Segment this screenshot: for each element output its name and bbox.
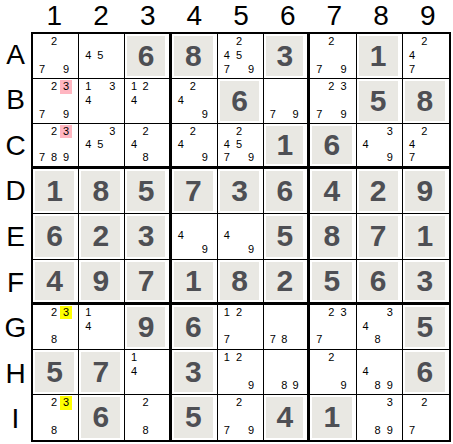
cell-value: 8 [220, 262, 259, 300]
pencil-marks: 29 [313, 351, 349, 392]
pencil-mark: 8 [279, 333, 290, 347]
cell-E6[interactable]: 5 [264, 214, 310, 259]
cell-H2[interactable]: 7 [79, 350, 125, 395]
cell-C7[interactable]: 6 [310, 124, 356, 169]
cell-B5[interactable]: 6 [218, 79, 264, 124]
cell-value: 5 [266, 216, 303, 256]
cell-value: 5 [312, 262, 351, 300]
pencil-marks: 279 [221, 396, 257, 438]
cell-F7[interactable]: 5 [310, 260, 356, 305]
cell-B3[interactable]: 124 [125, 79, 171, 124]
cell-I2[interactable]: 6 [79, 395, 125, 440]
cell-I9[interactable]: 27 [403, 395, 449, 440]
cell-value: 3 [405, 262, 445, 300]
pencil-mark: 7 [36, 108, 48, 122]
pencil-mark: 9 [245, 151, 257, 164]
pencil-mark: 8 [279, 378, 290, 392]
pencil-marks: 134 [82, 80, 118, 121]
cell-C9[interactable]: 247 [403, 124, 449, 169]
pencil-mark: 7 [36, 62, 48, 76]
cell-G5[interactable]: 127 [218, 305, 264, 350]
col-label-8: 8 [358, 0, 405, 32]
cell-C6[interactable]: 1 [264, 124, 310, 169]
pencil-mark: 9 [290, 108, 301, 122]
pencil-marks: 349 [360, 125, 396, 164]
pencil-marks: 45 [82, 35, 118, 76]
pencil-mark: 3 [384, 396, 396, 410]
cell-E2[interactable]: 2 [79, 214, 125, 259]
row-label-I: I [0, 396, 31, 442]
cell-H3[interactable]: 14 [125, 350, 171, 395]
pencil-mark: 8 [372, 333, 384, 347]
pencil-mark: 4 [221, 138, 233, 151]
cell-F3[interactable]: 7 [125, 260, 171, 305]
pencil-mark: 2 [325, 306, 337, 320]
cell-value: 7 [359, 216, 398, 256]
cell-value: 4 [35, 262, 74, 300]
cell-value: 6 [405, 352, 445, 392]
cell-E3[interactable]: 3 [125, 214, 171, 259]
pencil-mark: 4 [406, 49, 418, 63]
cell-value: 1 [174, 262, 213, 300]
pencil-marks: 247 [406, 35, 443, 76]
cell-A6[interactable]: 3 [264, 34, 310, 79]
pencil-marks: 389 [360, 396, 396, 438]
pencil-mark: 1 [82, 306, 94, 320]
pencil-mark: 9 [245, 378, 257, 392]
pencil-mark: 9 [60, 151, 72, 164]
pencil-mark: 8 [48, 424, 60, 438]
cell-value: 6 [35, 216, 74, 256]
pencil-mark: 1 [221, 306, 233, 320]
pencil-mark: 4 [175, 94, 187, 108]
cell-value: 4 [312, 171, 351, 211]
pencil-mark: 4 [360, 138, 372, 151]
cell-value: 5 [405, 307, 445, 347]
cell-H8[interactable]: 489 [357, 350, 403, 395]
pencil-mark: 4 [128, 364, 139, 378]
pencil-marks: 124 [128, 80, 162, 121]
cell-H5[interactable]: 129 [218, 350, 264, 395]
cell-F5[interactable]: 8 [218, 260, 264, 305]
pencil-mark: 2 [233, 35, 245, 49]
cell-value: 6 [174, 307, 213, 347]
cell-D6[interactable]: 6 [264, 169, 310, 214]
cell-G2[interactable]: 14 [79, 305, 125, 350]
cell-value: 3 [220, 171, 259, 211]
pencil-mark: 2 [140, 80, 151, 94]
cell-I5[interactable]: 279 [218, 395, 264, 440]
pencil-mark: 7 [313, 62, 325, 76]
pencil-mark: 9 [384, 424, 396, 438]
cell-value: 2 [81, 216, 120, 256]
cell-value: 6 [220, 81, 259, 121]
cell-I4[interactable]: 5 [172, 395, 218, 440]
cell-D5[interactable]: 3 [218, 169, 264, 214]
pencil-marks: 489 [360, 351, 396, 392]
col-label-5: 5 [218, 0, 265, 32]
cell-value: 3 [266, 36, 303, 76]
pencil-mark: 8 [372, 424, 384, 438]
cell-A4[interactable]: 8 [172, 34, 218, 79]
pencil-mark: 8 [48, 151, 60, 164]
pencil-mark: 8 [372, 378, 384, 392]
pencil-mark: 2 [418, 125, 430, 138]
pencil-marks: 14 [128, 351, 162, 392]
cell-E5[interactable]: 49 [218, 214, 264, 259]
pencil-mark: 7 [221, 62, 233, 76]
pencil-mark: 3 [60, 80, 72, 94]
pencil-mark: 8 [140, 424, 151, 438]
pencil-mark: 3 [384, 125, 396, 138]
pencil-marks: 247 [406, 125, 443, 164]
pencil-mark: 2 [233, 125, 245, 138]
cell-value: 8 [312, 216, 351, 256]
pencil-mark: 4 [82, 94, 94, 108]
pencil-marks: 249 [175, 80, 211, 121]
pencil-mark: 9 [290, 378, 301, 392]
cell-G9[interactable]: 5 [403, 305, 449, 350]
pencil-marks: 23789 [36, 125, 72, 164]
pencil-mark: 2 [233, 351, 245, 365]
cell-I3[interactable]: 28 [125, 395, 171, 440]
pencil-marks: 49 [175, 215, 211, 256]
pencil-marks: 14 [82, 306, 118, 347]
pencil-marks: 279 [36, 35, 72, 76]
pencil-mark: 4 [406, 138, 418, 151]
pencil-mark: 4 [175, 229, 187, 243]
pencil-marks: 248 [128, 125, 162, 164]
pencil-marks: 238 [36, 396, 72, 438]
pencil-mark: 7 [221, 333, 233, 347]
pencil-mark: 2 [48, 35, 60, 49]
pencil-mark: 3 [106, 125, 118, 138]
pencil-mark: 9 [245, 62, 257, 76]
pencil-mark: 9 [199, 108, 211, 122]
pencil-mark: 2 [233, 306, 245, 320]
pencil-marks: 345 [82, 125, 118, 164]
pencil-mark: 4 [82, 138, 94, 151]
cell-A5[interactable]: 24579 [218, 34, 264, 79]
cell-I7[interactable]: 1 [310, 395, 356, 440]
cell-value: 2 [359, 171, 398, 211]
pencil-mark: 7 [406, 62, 418, 76]
cell-value: 6 [81, 397, 120, 438]
pencil-marks: 129 [221, 351, 257, 392]
pencil-marks: 249 [175, 125, 211, 164]
pencil-mark: 2 [418, 396, 430, 410]
cell-A3[interactable]: 6 [125, 34, 171, 79]
cell-C4[interactable]: 249 [172, 124, 218, 169]
pencil-mark: 2 [187, 125, 199, 138]
pencil-mark: 4 [221, 49, 233, 63]
cell-B9[interactable]: 8 [403, 79, 449, 124]
pencil-mark: 1 [128, 351, 139, 365]
pencil-mark: 7 [36, 151, 48, 164]
cell-value: 8 [174, 36, 213, 76]
cell-value: 1 [266, 126, 303, 164]
pencil-mark: 7 [221, 151, 233, 164]
row-label-G: G [0, 305, 31, 351]
pencil-marks: 24579 [221, 35, 257, 76]
pencil-mark: 4 [175, 138, 187, 151]
pencil-mark: 5 [94, 138, 106, 151]
pencil-marks: 279 [313, 35, 349, 76]
cell-F4[interactable]: 1 [172, 260, 218, 305]
pencil-mark: 1 [82, 80, 94, 94]
cell-value: 7 [127, 262, 164, 300]
pencil-marks: 79 [267, 80, 301, 121]
pencil-mark: 2 [48, 80, 60, 94]
cell-A8[interactable]: 1 [357, 34, 403, 79]
pencil-marks: 2379 [313, 80, 349, 121]
pencil-mark: 3 [106, 80, 118, 94]
pencil-mark: 9 [245, 243, 257, 257]
pencil-mark: 2 [233, 396, 245, 410]
col-label-2: 2 [78, 0, 125, 32]
pencil-marks: 237 [313, 306, 349, 347]
pencil-mark: 4 [82, 319, 94, 333]
sudoku-app: 123456789 ABCDEFGHI 27945682457932791247… [0, 0, 453, 444]
cell-D1[interactable]: 1 [33, 169, 79, 214]
sudoku-board: 2794568245793279124723791341242496792379… [31, 32, 451, 442]
cell-H7[interactable]: 29 [310, 350, 356, 395]
cell-E1[interactable]: 6 [33, 214, 79, 259]
pencil-mark: 2 [48, 125, 60, 138]
cell-value: 5 [359, 81, 398, 121]
cell-value: 4 [266, 397, 303, 438]
cell-F1[interactable]: 4 [33, 260, 79, 305]
cell-E7[interactable]: 8 [310, 214, 356, 259]
cell-value: 1 [359, 36, 398, 76]
pencil-mark: 2 [48, 396, 60, 410]
cell-H1[interactable]: 5 [33, 350, 79, 395]
cell-B7[interactable]: 2379 [310, 79, 356, 124]
cell-E4[interactable]: 49 [172, 214, 218, 259]
pencil-mark: 4 [82, 49, 94, 63]
pencil-marks: 127 [221, 306, 257, 347]
cell-value: 9 [127, 307, 164, 347]
pencil-mark: 9 [199, 243, 211, 257]
cell-A1[interactable]: 279 [33, 34, 79, 79]
row-label-H: H [0, 351, 31, 397]
pencil-mark: 2 [187, 80, 199, 94]
cell-E8[interactable]: 7 [357, 214, 403, 259]
pencil-marks: 89 [267, 351, 301, 392]
cell-value: 1 [405, 216, 445, 256]
pencil-mark: 5 [233, 138, 245, 151]
cell-G6[interactable]: 78 [264, 305, 310, 350]
pencil-mark: 9 [337, 378, 349, 392]
cell-H4[interactable]: 3 [172, 350, 218, 395]
cell-value: 6 [266, 171, 303, 211]
col-label-4: 4 [171, 0, 218, 32]
cell-value: 6 [359, 262, 398, 300]
cell-A7[interactable]: 279 [310, 34, 356, 79]
cell-value: 1 [35, 171, 74, 211]
pencil-mark: 5 [233, 49, 245, 63]
cell-I8[interactable]: 389 [357, 395, 403, 440]
cell-C8[interactable]: 349 [357, 124, 403, 169]
cell-A2[interactable]: 45 [79, 34, 125, 79]
column-labels: 123456789 [31, 0, 451, 32]
cell-F2[interactable]: 9 [79, 260, 125, 305]
cell-B4[interactable]: 249 [172, 79, 218, 124]
cell-G1[interactable]: 238 [33, 305, 79, 350]
pencil-mark: 7 [313, 333, 325, 347]
pencil-mark: 3 [337, 306, 349, 320]
cell-I1[interactable]: 238 [33, 395, 79, 440]
cell-C2[interactable]: 345 [79, 124, 125, 169]
pencil-mark: 4 [360, 364, 372, 378]
pencil-mark: 9 [245, 424, 257, 438]
cell-value: 8 [81, 171, 120, 211]
cell-value: 5 [174, 397, 213, 438]
cell-H9[interactable]: 6 [403, 350, 449, 395]
cell-value: 3 [127, 216, 164, 256]
pencil-mark: 9 [384, 151, 396, 164]
cell-value: 7 [81, 352, 120, 392]
pencil-mark: 9 [337, 108, 349, 122]
col-label-7: 7 [311, 0, 358, 32]
cell-G8[interactable]: 348 [357, 305, 403, 350]
pencil-mark: 2 [140, 125, 151, 138]
pencil-mark: 9 [60, 62, 72, 76]
pencil-marks: 27 [406, 396, 443, 438]
cell-C5[interactable]: 24579 [218, 124, 264, 169]
cell-value: 9 [405, 171, 445, 211]
pencil-mark: 4 [128, 94, 139, 108]
pencil-mark: 3 [60, 125, 72, 138]
cell-value: 7 [174, 171, 213, 211]
cell-F9[interactable]: 3 [403, 260, 449, 305]
pencil-mark: 2 [325, 35, 337, 49]
row-label-B: B [0, 78, 31, 124]
cell-A9[interactable]: 247 [403, 34, 449, 79]
pencil-mark: 9 [199, 151, 211, 164]
pencil-mark: 3 [337, 80, 349, 94]
col-label-6: 6 [264, 0, 311, 32]
cell-G3[interactable]: 9 [125, 305, 171, 350]
pencil-mark: 1 [128, 80, 139, 94]
cell-I6[interactable]: 4 [264, 395, 310, 440]
pencil-mark: 1 [221, 351, 233, 365]
cell-value: 8 [405, 81, 445, 121]
pencil-mark: 7 [267, 108, 278, 122]
pencil-mark: 7 [267, 333, 278, 347]
cell-G4[interactable]: 6 [172, 305, 218, 350]
col-label-9: 9 [404, 0, 451, 32]
row-labels: ABCDEFGHI [0, 32, 31, 442]
pencil-mark: 2 [140, 396, 151, 410]
pencil-marks: 49 [221, 215, 257, 256]
row-label-A: A [0, 32, 31, 78]
pencil-marks: 2379 [36, 80, 72, 121]
pencil-marks: 78 [267, 306, 301, 347]
pencil-mark: 9 [60, 108, 72, 122]
pencil-mark: 3 [60, 306, 72, 320]
cell-value: 5 [35, 352, 74, 392]
cell-F6[interactable]: 2 [264, 260, 310, 305]
cell-E9[interactable]: 1 [403, 214, 449, 259]
pencil-mark: 2 [418, 35, 430, 49]
cell-H6[interactable]: 89 [264, 350, 310, 395]
pencil-mark: 3 [384, 306, 396, 320]
cell-value: 2 [266, 262, 303, 300]
cell-D2[interactable]: 8 [79, 169, 125, 214]
cell-value: 6 [127, 36, 164, 76]
pencil-mark: 3 [60, 396, 72, 410]
pencil-mark: 7 [313, 108, 325, 122]
col-label-3: 3 [124, 0, 171, 32]
pencil-mark: 4 [360, 319, 372, 333]
pencil-marks: 24579 [221, 125, 257, 164]
pencil-mark: 7 [406, 424, 418, 438]
cell-C3[interactable]: 248 [125, 124, 171, 169]
cell-G7[interactable]: 237 [310, 305, 356, 350]
cell-value: 5 [127, 171, 164, 211]
cell-D3[interactable]: 5 [125, 169, 171, 214]
row-label-E: E [0, 214, 31, 260]
cell-D9[interactable]: 9 [403, 169, 449, 214]
pencil-marks: 28 [128, 396, 162, 438]
cell-B6[interactable]: 79 [264, 79, 310, 124]
pencil-marks: 238 [36, 306, 72, 347]
row-label-F: F [0, 260, 31, 306]
cell-value: 9 [81, 262, 120, 300]
pencil-mark: 2 [48, 306, 60, 320]
row-label-C: C [0, 123, 31, 169]
cell-B1[interactable]: 2379 [33, 79, 79, 124]
cell-D7[interactable]: 4 [310, 169, 356, 214]
col-label-1: 1 [31, 0, 78, 32]
cell-value: 1 [312, 397, 351, 438]
pencil-mark: 9 [384, 378, 396, 392]
pencil-mark: 4 [128, 138, 139, 151]
pencil-marks: 348 [360, 306, 396, 347]
pencil-mark: 4 [221, 229, 233, 243]
cell-value: 6 [312, 126, 351, 164]
cell-D4[interactable]: 7 [172, 169, 218, 214]
pencil-mark: 7 [221, 424, 233, 438]
cell-F8[interactable]: 6 [357, 260, 403, 305]
cell-B8[interactable]: 5 [357, 79, 403, 124]
pencil-mark: 7 [406, 151, 418, 164]
cell-C1[interactable]: 23789 [33, 124, 79, 169]
pencil-mark: 8 [140, 151, 151, 164]
pencil-mark: 8 [48, 333, 60, 347]
pencil-mark: 2 [325, 351, 337, 365]
row-label-D: D [0, 169, 31, 215]
pencil-mark: 9 [337, 62, 349, 76]
cell-value: 3 [174, 352, 213, 392]
pencil-mark: 5 [94, 49, 106, 63]
pencil-mark: 2 [325, 80, 337, 94]
cell-D8[interactable]: 2 [357, 169, 403, 214]
cell-B2[interactable]: 134 [79, 79, 125, 124]
